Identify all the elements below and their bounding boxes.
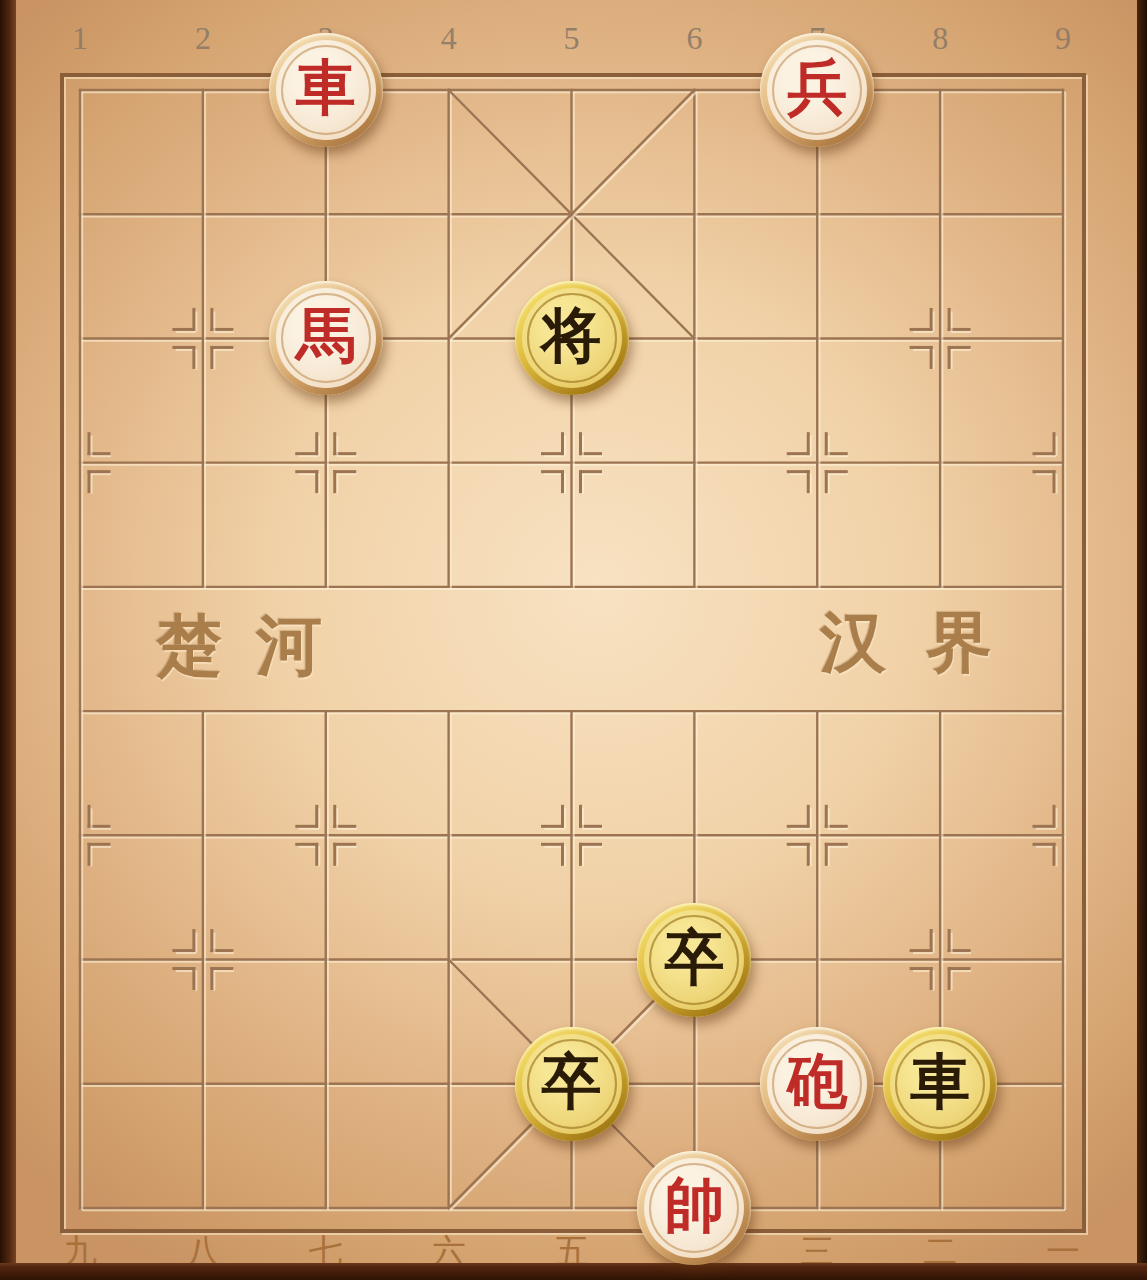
- piece-face: 車: [276, 40, 376, 140]
- xiangqi-board[interactable]: 楚河 汉界 123456789九八七六五四三二一車兵馬将卒卒砲車帥: [0, 0, 1147, 1280]
- piece-face: 馬: [276, 288, 376, 388]
- piece-black-chariot[interactable]: 車: [883, 1027, 997, 1141]
- piece-red-horse[interactable]: 馬: [269, 281, 383, 395]
- file-label-top-1: 1: [72, 20, 88, 57]
- piece-red-pawn[interactable]: 兵: [760, 33, 874, 147]
- file-label-top-4: 4: [441, 20, 457, 57]
- file-label-top-9: 9: [1055, 20, 1071, 57]
- river-label-chu-he: 楚河: [156, 601, 356, 691]
- piece-glyph: 帥: [664, 1176, 724, 1236]
- piece-glyph: 砲: [787, 1052, 847, 1112]
- piece-face: 砲: [767, 1034, 867, 1134]
- piece-red-general[interactable]: 帥: [637, 1151, 751, 1265]
- piece-glyph: 将: [542, 306, 602, 366]
- piece-face: 帥: [644, 1158, 744, 1258]
- piece-black-pawn-1[interactable]: 卒: [637, 903, 751, 1017]
- piece-glyph: 馬: [296, 306, 356, 366]
- file-label-top-8: 8: [932, 20, 948, 57]
- piece-black-pawn-2[interactable]: 卒: [515, 1027, 629, 1141]
- piece-face: 将: [522, 288, 622, 388]
- file-label-top-6: 6: [686, 20, 702, 57]
- piece-face: 卒: [522, 1034, 622, 1134]
- piece-red-cannon[interactable]: 砲: [760, 1027, 874, 1141]
- file-label-top-5: 5: [564, 20, 580, 57]
- piece-face: 卒: [644, 910, 744, 1010]
- frame-edge-left: [0, 0, 16, 1280]
- file-label-top-2: 2: [195, 20, 211, 57]
- piece-face: 兵: [767, 40, 867, 140]
- river-label-han-jie: 汉界: [820, 598, 1032, 688]
- piece-glyph: 車: [296, 58, 356, 118]
- piece-glyph: 卒: [664, 928, 724, 988]
- piece-glyph: 卒: [542, 1052, 602, 1112]
- piece-glyph: 車: [910, 1052, 970, 1112]
- frame-edge-right: [1137, 0, 1147, 1280]
- piece-face: 車: [890, 1034, 990, 1134]
- piece-glyph: 兵: [787, 58, 847, 118]
- piece-black-general[interactable]: 将: [515, 281, 629, 395]
- frame-edge-bottom: [0, 1263, 1147, 1280]
- piece-red-chariot[interactable]: 車: [269, 33, 383, 147]
